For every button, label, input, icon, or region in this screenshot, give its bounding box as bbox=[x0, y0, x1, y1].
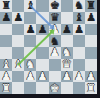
square-c8[interactable]: ♝ bbox=[24, 0, 36, 12]
square-f1[interactable] bbox=[61, 82, 73, 94]
square-f8[interactable] bbox=[61, 0, 73, 12]
square-f5[interactable] bbox=[61, 35, 73, 47]
square-f2[interactable]: ♟ bbox=[61, 71, 73, 83]
square-f6[interactable]: ♟ bbox=[61, 24, 73, 36]
square-g8[interactable]: ♞ bbox=[73, 0, 85, 12]
black-king[interactable]: ♚ bbox=[50, 0, 60, 11]
black-rook[interactable]: ♜ bbox=[86, 0, 96, 11]
square-b1[interactable] bbox=[12, 82, 24, 94]
black-queen[interactable]: ♛ bbox=[50, 12, 60, 23]
square-e5[interactable]: ♞ bbox=[49, 35, 61, 47]
square-b2[interactable] bbox=[12, 71, 24, 83]
white-rook[interactable]: ♜ bbox=[86, 82, 96, 93]
square-f4[interactable]: ♞ bbox=[61, 47, 73, 59]
square-e4[interactable]: ♟ bbox=[49, 47, 61, 59]
square-h5[interactable] bbox=[85, 35, 97, 47]
square-a7[interactable]: ♟ bbox=[0, 12, 12, 24]
black-knight[interactable]: ♞ bbox=[74, 0, 84, 11]
black-pawn[interactable]: ♟ bbox=[86, 12, 96, 23]
square-e6[interactable]: ♟ bbox=[49, 24, 61, 36]
square-e8[interactable]: ♚ bbox=[49, 0, 61, 12]
square-e1[interactable]: ♚ bbox=[49, 82, 61, 94]
square-c7[interactable] bbox=[24, 12, 36, 24]
square-d3[interactable] bbox=[36, 59, 48, 71]
square-a6[interactable] bbox=[0, 24, 12, 36]
square-d4[interactable] bbox=[36, 47, 48, 59]
white-pawn[interactable]: ♟ bbox=[74, 71, 84, 82]
square-h6[interactable] bbox=[85, 24, 97, 36]
black-pawn[interactable]: ♟ bbox=[74, 24, 84, 35]
square-g7[interactable]: ♝ bbox=[73, 12, 85, 24]
white-pawn[interactable]: ♟ bbox=[38, 71, 48, 82]
square-h1[interactable]: ♜ bbox=[85, 82, 97, 94]
square-h8[interactable]: ♜ bbox=[85, 0, 97, 12]
square-d1[interactable] bbox=[36, 82, 48, 94]
black-pawn[interactable]: ♟ bbox=[62, 24, 72, 35]
square-b7[interactable]: ♟ bbox=[12, 12, 24, 24]
square-g3[interactable] bbox=[73, 59, 85, 71]
black-pawn[interactable]: ♟ bbox=[25, 24, 35, 35]
white-pawn[interactable]: ♟ bbox=[50, 24, 60, 35]
white-pawn[interactable]: ♟ bbox=[50, 47, 60, 58]
square-c5[interactable] bbox=[24, 35, 36, 47]
black-bishop[interactable]: ♝ bbox=[74, 12, 84, 23]
square-e7[interactable]: ♛ bbox=[49, 12, 61, 24]
square-h3[interactable] bbox=[85, 59, 97, 71]
square-c6[interactable]: ♟ bbox=[24, 24, 36, 36]
square-c3[interactable]: ♞ bbox=[24, 59, 36, 71]
square-a3[interactable]: ♝ bbox=[0, 59, 12, 71]
square-c2[interactable]: ♟ bbox=[24, 71, 36, 83]
square-a1[interactable]: ♜ bbox=[0, 82, 12, 94]
square-b3[interactable]: ♝ bbox=[12, 59, 24, 71]
square-a4[interactable] bbox=[0, 47, 12, 59]
square-d8[interactable] bbox=[36, 0, 48, 12]
square-f3[interactable]: ♛ bbox=[61, 59, 73, 71]
square-e3[interactable] bbox=[49, 59, 61, 71]
chess-board: ♜♝♚♞♜♟♟♛♝♟♟♟♟♟♟♞♟♞♝♝♞♛♟♟♟♟♟♟♜♚♜ bbox=[0, 0, 97, 94]
square-b5[interactable] bbox=[12, 35, 24, 47]
square-h2[interactable]: ♟ bbox=[85, 71, 97, 83]
white-pawn[interactable]: ♟ bbox=[86, 71, 96, 82]
white-pawn[interactable]: ♟ bbox=[25, 71, 35, 82]
square-g2[interactable]: ♟ bbox=[73, 71, 85, 83]
white-queen[interactable]: ♛ bbox=[62, 59, 72, 70]
chess-app-window: ♜♝♚♞♜♟♟♛♝♟♟♟♟♟♟♞♟♞♝♝♞♛♟♟♟♟♟♟♜♚♜ bbox=[0, 0, 100, 98]
square-d2[interactable]: ♟ bbox=[36, 71, 48, 83]
square-d6[interactable]: ♟ bbox=[36, 24, 48, 36]
square-g4[interactable] bbox=[73, 47, 85, 59]
square-b8[interactable] bbox=[12, 0, 24, 12]
square-d5[interactable] bbox=[36, 35, 48, 47]
white-pawn[interactable]: ♟ bbox=[1, 71, 11, 82]
black-bishop[interactable]: ♝ bbox=[25, 0, 35, 11]
square-g6[interactable]: ♟ bbox=[73, 24, 85, 36]
white-knight[interactable]: ♞ bbox=[62, 47, 72, 58]
square-g5[interactable] bbox=[73, 35, 85, 47]
black-pawn[interactable]: ♟ bbox=[1, 12, 11, 23]
square-b4[interactable] bbox=[12, 47, 24, 59]
square-b6[interactable] bbox=[12, 24, 24, 36]
square-a8[interactable]: ♜ bbox=[0, 0, 12, 12]
square-f7[interactable] bbox=[61, 12, 73, 24]
square-a2[interactable]: ♟ bbox=[0, 71, 12, 83]
white-knight[interactable]: ♞ bbox=[25, 59, 35, 70]
white-pawn[interactable]: ♟ bbox=[62, 71, 72, 82]
black-knight[interactable]: ♞ bbox=[50, 35, 60, 46]
square-c1[interactable] bbox=[24, 82, 36, 94]
white-king[interactable]: ♚ bbox=[50, 82, 60, 93]
square-h7[interactable]: ♟ bbox=[85, 12, 97, 24]
square-d7[interactable] bbox=[36, 12, 48, 24]
square-a5[interactable] bbox=[0, 35, 12, 47]
square-h4[interactable] bbox=[85, 47, 97, 59]
square-g1[interactable] bbox=[73, 82, 85, 94]
white-bishop[interactable]: ♝ bbox=[13, 59, 23, 70]
white-bishop[interactable]: ♝ bbox=[1, 59, 11, 70]
square-e2[interactable] bbox=[49, 71, 61, 83]
black-rook[interactable]: ♜ bbox=[1, 0, 11, 11]
black-pawn[interactable]: ♟ bbox=[38, 24, 48, 35]
black-pawn[interactable]: ♟ bbox=[13, 12, 23, 23]
square-c4[interactable] bbox=[24, 47, 36, 59]
white-rook[interactable]: ♜ bbox=[1, 82, 11, 93]
